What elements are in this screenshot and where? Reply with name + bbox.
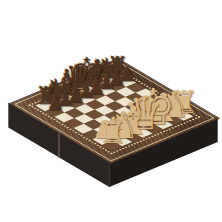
chess-set-product-photo: ♜♞♝♛♚♝♞♜♟♟♟♟♟♟♟♟♟♟♟♟♟♟♟♟♜♞♝♛♚♝♞♜: [0, 0, 222, 222]
piece-white-rook: ♜: [99, 117, 127, 148]
square-a1: ♜: [102, 141, 122, 151]
piece-black-pawn: ♟: [46, 93, 64, 113]
